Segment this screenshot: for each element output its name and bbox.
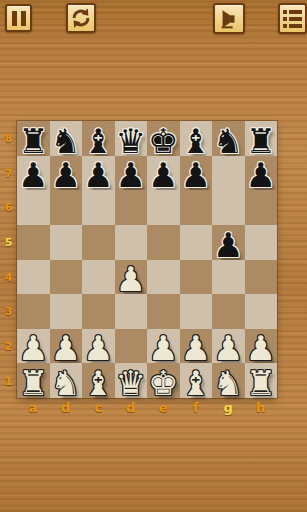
square-b6[interactable]: [50, 190, 83, 225]
square-f8[interactable]: ♝: [180, 121, 213, 156]
square-d4[interactable]: ♟: [115, 260, 148, 295]
square-d1[interactable]: ♛: [115, 363, 148, 398]
square-c7[interactable]: ♟: [82, 156, 115, 191]
piece-bp: ♟: [213, 228, 243, 262]
square-g7[interactable]: [212, 156, 245, 191]
square-a4[interactable]: [17, 260, 50, 295]
piece-bp: ♟: [116, 158, 146, 192]
file-label-a: a: [17, 400, 50, 415]
square-g3[interactable]: [212, 294, 245, 329]
square-e3[interactable]: [147, 294, 180, 329]
square-e5[interactable]: [147, 225, 180, 260]
piece-bn: ♞: [51, 124, 81, 158]
square-c5[interactable]: [82, 225, 115, 260]
piece-bk: ♚: [148, 124, 178, 158]
pause-icon: [12, 11, 26, 26]
rank-label-5: 5: [2, 236, 15, 249]
piece-bp: ♟: [51, 158, 81, 192]
square-e8[interactable]: ♚: [147, 121, 180, 156]
square-g8[interactable]: ♞: [212, 121, 245, 156]
rank-label-8: 8: [2, 132, 15, 145]
piece-wr: ♜: [246, 366, 276, 400]
square-h5[interactable]: [245, 225, 278, 260]
rank-label-6: 6: [2, 201, 15, 214]
file-label-g: g: [212, 400, 245, 415]
square-d2[interactable]: [115, 329, 148, 364]
piece-wp: ♟: [246, 331, 276, 365]
square-f4[interactable]: [180, 260, 213, 295]
square-g2[interactable]: ♟: [212, 329, 245, 364]
square-b3[interactable]: [50, 294, 83, 329]
piece-bp: ♟: [148, 158, 178, 192]
piece-wp: ♟: [83, 331, 113, 365]
chess-board: ♜♞♝♛♚♝♞♜♟♟♟♟♟♟♟♟♟♟♟♟♟♟♟♟♜♞♝♛♚♝♞♜: [17, 121, 277, 398]
square-c6[interactable]: [82, 190, 115, 225]
square-a5[interactable]: [17, 225, 50, 260]
pause-button[interactable]: [5, 4, 32, 32]
piece-bp: ♟: [18, 158, 48, 192]
file-label-d: d: [115, 400, 148, 415]
piece-br: ♜: [246, 124, 276, 158]
file-label-c: c: [82, 400, 115, 415]
square-f5[interactable]: [180, 225, 213, 260]
piece-bb: ♝: [181, 124, 211, 158]
piece-bq: ♛: [116, 124, 146, 158]
rank-label-1: 1: [2, 375, 15, 388]
square-a8[interactable]: ♜: [17, 121, 50, 156]
square-c2[interactable]: ♟: [82, 329, 115, 364]
square-f1[interactable]: ♝: [180, 363, 213, 398]
square-h8[interactable]: ♜: [245, 121, 278, 156]
piece-wn: ♞: [213, 366, 243, 400]
piece-wp: ♟: [116, 262, 146, 296]
menu-button[interactable]: [278, 3, 307, 34]
piece-wp: ♟: [51, 331, 81, 365]
square-e1[interactable]: ♚: [147, 363, 180, 398]
refresh-icon: [70, 7, 92, 29]
square-d5[interactable]: [115, 225, 148, 260]
square-e6[interactable]: [147, 190, 180, 225]
square-b7[interactable]: ♟: [50, 156, 83, 191]
piece-bp: ♟: [181, 158, 211, 192]
square-e4[interactable]: [147, 260, 180, 295]
square-a3[interactable]: [17, 294, 50, 329]
file-label-e: e: [147, 400, 180, 415]
square-f7[interactable]: ♟: [180, 156, 213, 191]
square-c4[interactable]: [82, 260, 115, 295]
chess-app-screen: ♜♞♝♛♚♝♞♜♟♟♟♟♟♟♟♟♟♟♟♟♟♟♟♟♜♞♝♛♚♝♞♜ 8765432…: [0, 0, 307, 512]
rank-label-2: 2: [2, 340, 15, 353]
square-h7[interactable]: ♟: [245, 156, 278, 191]
square-a2[interactable]: ♟: [17, 329, 50, 364]
square-b4[interactable]: [50, 260, 83, 295]
file-label-b: d: [50, 400, 83, 415]
rank-label-4: 4: [2, 271, 15, 284]
square-c8[interactable]: ♝: [82, 121, 115, 156]
piece-wp: ♟: [18, 331, 48, 365]
square-d3[interactable]: [115, 294, 148, 329]
piece-wb: ♝: [83, 366, 113, 400]
piece-wk: ♚: [148, 366, 178, 400]
speaker-icon: [218, 8, 240, 30]
square-h6[interactable]: [245, 190, 278, 225]
square-g6[interactable]: [212, 190, 245, 225]
sound-button[interactable]: [213, 3, 245, 34]
square-f3[interactable]: [180, 294, 213, 329]
square-g4[interactable]: [212, 260, 245, 295]
rank-label-7: 7: [2, 167, 15, 180]
piece-wb: ♝: [181, 366, 211, 400]
file-label-f: f: [180, 400, 213, 415]
piece-bp: ♟: [83, 158, 113, 192]
restart-button[interactable]: [66, 3, 96, 33]
piece-bn: ♞: [213, 124, 243, 158]
piece-bp: ♟: [246, 158, 276, 192]
menu-icon: [283, 10, 302, 28]
square-d8[interactable]: ♛: [115, 121, 148, 156]
square-f2[interactable]: ♟: [180, 329, 213, 364]
square-h3[interactable]: [245, 294, 278, 329]
piece-wp: ♟: [213, 331, 243, 365]
square-d7[interactable]: ♟: [115, 156, 148, 191]
piece-br: ♜: [18, 124, 48, 158]
square-b8[interactable]: ♞: [50, 121, 83, 156]
square-b2[interactable]: ♟: [50, 329, 83, 364]
square-h1[interactable]: ♜: [245, 363, 278, 398]
square-b5[interactable]: [50, 225, 83, 260]
square-f6[interactable]: [180, 190, 213, 225]
piece-wn: ♞: [51, 366, 81, 400]
square-c1[interactable]: ♝: [82, 363, 115, 398]
square-a6[interactable]: [17, 190, 50, 225]
square-e2[interactable]: ♟: [147, 329, 180, 364]
rank-label-3: 3: [2, 305, 15, 318]
piece-wp: ♟: [148, 331, 178, 365]
file-label-h: h: [245, 400, 278, 415]
square-b1[interactable]: ♞: [50, 363, 83, 398]
square-e7[interactable]: ♟: [147, 156, 180, 191]
piece-wr: ♜: [18, 366, 48, 400]
square-c3[interactable]: [82, 294, 115, 329]
square-h4[interactable]: [245, 260, 278, 295]
square-h2[interactable]: ♟: [245, 329, 278, 364]
piece-wp: ♟: [181, 331, 211, 365]
piece-wq: ♛: [116, 366, 146, 400]
square-a1[interactable]: ♜: [17, 363, 50, 398]
square-g1[interactable]: ♞: [212, 363, 245, 398]
piece-bb: ♝: [83, 124, 113, 158]
square-d6[interactable]: [115, 190, 148, 225]
square-g5[interactable]: ♟: [212, 225, 245, 260]
square-a7[interactable]: ♟: [17, 156, 50, 191]
